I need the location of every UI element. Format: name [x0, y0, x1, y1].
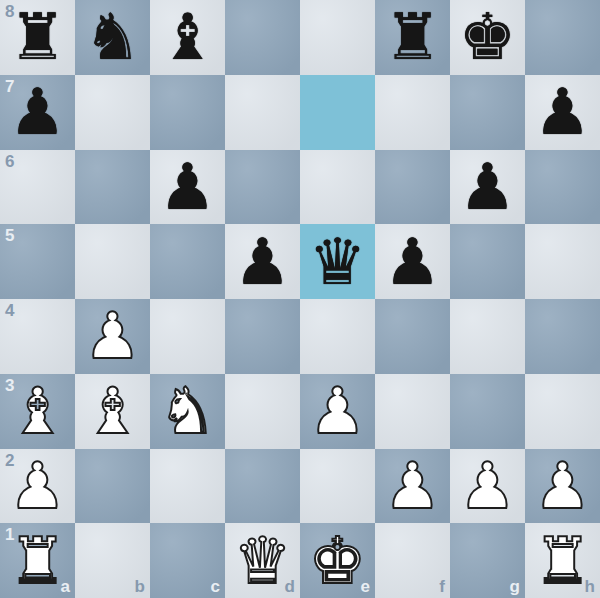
square-g2[interactable]: ♟	[450, 449, 525, 524]
square-a4[interactable]: 4	[0, 299, 75, 374]
rank-label-4: 4	[5, 301, 14, 321]
square-c1[interactable]: c	[150, 523, 225, 598]
square-h7[interactable]: ♟	[525, 75, 600, 150]
white-pawn-f2[interactable]: ♟	[384, 449, 441, 523]
square-f2[interactable]: ♟	[375, 449, 450, 524]
square-g8[interactable]: ♚	[450, 0, 525, 75]
white-bishop-a3[interactable]: ♝	[9, 374, 66, 448]
black-pawn-g6[interactable]: ♟	[459, 150, 516, 224]
file-label-h: h	[585, 577, 595, 597]
file-label-c: c	[211, 577, 220, 597]
white-queen-d1[interactable]: ♛	[234, 524, 291, 598]
file-label-f: f	[439, 577, 445, 597]
square-f6[interactable]	[375, 150, 450, 225]
white-pawn-g2[interactable]: ♟	[459, 449, 516, 523]
square-h5[interactable]	[525, 224, 600, 299]
square-c3[interactable]: ♞	[150, 374, 225, 449]
square-f5[interactable]: ♟	[375, 224, 450, 299]
black-pawn-c6[interactable]: ♟	[159, 150, 216, 224]
square-b5[interactable]	[75, 224, 150, 299]
square-b1[interactable]: b	[75, 523, 150, 598]
file-label-g: g	[510, 577, 520, 597]
square-a3[interactable]: 3♝	[0, 374, 75, 449]
square-e5[interactable]: ♛	[300, 224, 375, 299]
square-c8[interactable]: ♝	[150, 0, 225, 75]
square-b2[interactable]	[75, 449, 150, 524]
rank-label-7: 7	[5, 77, 14, 97]
square-d8[interactable]	[225, 0, 300, 75]
square-c7[interactable]	[150, 75, 225, 150]
white-king-e1[interactable]: ♚	[309, 524, 366, 598]
square-c4[interactable]	[150, 299, 225, 374]
square-e3[interactable]: ♟	[300, 374, 375, 449]
square-g5[interactable]	[450, 224, 525, 299]
file-label-b: b	[135, 577, 145, 597]
square-h4[interactable]	[525, 299, 600, 374]
square-c2[interactable]	[150, 449, 225, 524]
square-b6[interactable]	[75, 150, 150, 225]
file-label-e: e	[361, 577, 370, 597]
rank-label-6: 6	[5, 152, 14, 172]
square-e6[interactable]	[300, 150, 375, 225]
square-d1[interactable]: d♛	[225, 523, 300, 598]
square-h1[interactable]: h♜	[525, 523, 600, 598]
square-h2[interactable]: ♟	[525, 449, 600, 524]
square-d6[interactable]	[225, 150, 300, 225]
square-e7[interactable]	[300, 75, 375, 150]
square-f8[interactable]: ♜	[375, 0, 450, 75]
white-rook-a1[interactable]: ♜	[9, 524, 66, 598]
square-a5[interactable]: 5	[0, 224, 75, 299]
square-f4[interactable]	[375, 299, 450, 374]
black-rook-a8[interactable]: ♜	[9, 0, 66, 74]
square-g6[interactable]: ♟	[450, 150, 525, 225]
square-f1[interactable]: f	[375, 523, 450, 598]
white-knight-c3[interactable]: ♞	[159, 374, 216, 448]
black-pawn-h7[interactable]: ♟	[534, 75, 591, 149]
square-g7[interactable]	[450, 75, 525, 150]
square-h8[interactable]	[525, 0, 600, 75]
square-e8[interactable]	[300, 0, 375, 75]
square-e2[interactable]	[300, 449, 375, 524]
square-e4[interactable]	[300, 299, 375, 374]
square-b7[interactable]	[75, 75, 150, 150]
square-d5[interactable]: ♟	[225, 224, 300, 299]
white-bishop-b3[interactable]: ♝	[84, 374, 141, 448]
square-h3[interactable]	[525, 374, 600, 449]
square-a7[interactable]: 7♟	[0, 75, 75, 150]
black-knight-b8[interactable]: ♞	[84, 0, 141, 74]
white-rook-h1[interactable]: ♜	[534, 524, 591, 598]
chess-board: 8♜♞♝♜♚7♟♟6♟♟5♟♛♟4♟3♝♝♞♟2♟♟♟♟1a♜bcd♛e♚fgh…	[0, 0, 600, 598]
square-e1[interactable]: e♚	[300, 523, 375, 598]
square-d7[interactable]	[225, 75, 300, 150]
white-pawn-b4[interactable]: ♟	[84, 299, 141, 373]
square-c5[interactable]	[150, 224, 225, 299]
square-g1[interactable]: g	[450, 523, 525, 598]
square-f7[interactable]	[375, 75, 450, 150]
square-d3[interactable]	[225, 374, 300, 449]
rank-label-1: 1	[5, 525, 14, 545]
white-pawn-a2[interactable]: ♟	[9, 449, 66, 523]
black-pawn-f5[interactable]: ♟	[384, 225, 441, 299]
file-label-a: a	[61, 577, 70, 597]
square-d4[interactable]	[225, 299, 300, 374]
rank-label-3: 3	[5, 376, 14, 396]
black-pawn-a7[interactable]: ♟	[9, 75, 66, 149]
square-b3[interactable]: ♝	[75, 374, 150, 449]
square-a8[interactable]: 8♜	[0, 0, 75, 75]
rank-label-5: 5	[5, 226, 14, 246]
black-queen-e5[interactable]: ♛	[309, 225, 366, 299]
rank-label-8: 8	[5, 2, 14, 22]
square-b8[interactable]: ♞	[75, 0, 150, 75]
white-pawn-e3[interactable]: ♟	[309, 374, 366, 448]
file-label-d: d	[285, 577, 295, 597]
rank-label-2: 2	[5, 451, 14, 471]
black-pawn-d5[interactable]: ♟	[234, 225, 291, 299]
square-a6[interactable]: 6	[0, 150, 75, 225]
black-king-g8[interactable]: ♚	[459, 0, 516, 74]
square-f3[interactable]	[375, 374, 450, 449]
square-d2[interactable]	[225, 449, 300, 524]
square-a2[interactable]: 2♟	[0, 449, 75, 524]
square-h6[interactable]	[525, 150, 600, 225]
black-rook-f8[interactable]: ♜	[384, 0, 441, 74]
square-b4[interactable]: ♟	[75, 299, 150, 374]
black-bishop-c8[interactable]: ♝	[159, 0, 216, 74]
white-pawn-h2[interactable]: ♟	[534, 449, 591, 523]
square-g3[interactable]	[450, 374, 525, 449]
square-a1[interactable]: 1a♜	[0, 523, 75, 598]
square-g4[interactable]	[450, 299, 525, 374]
square-c6[interactable]: ♟	[150, 150, 225, 225]
